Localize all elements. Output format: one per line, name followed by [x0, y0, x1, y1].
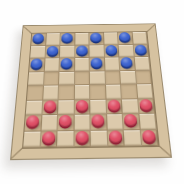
square-r6c3[interactable] — [58, 100, 74, 115]
red-piece[interactable] — [139, 99, 152, 111]
square-r7c8[interactable] — [139, 114, 157, 130]
square-r8c1[interactable] — [23, 131, 41, 148]
red-piece[interactable] — [142, 130, 156, 143]
square-r1c4[interactable] — [75, 33, 90, 45]
square-r7c7[interactable] — [123, 114, 140, 130]
square-r1c1[interactable] — [31, 33, 46, 46]
square-r1c3[interactable] — [60, 33, 75, 45]
square-r4c4[interactable] — [75, 71, 90, 85]
square-r4c2[interactable] — [44, 72, 60, 86]
blue-piece[interactable] — [119, 33, 131, 43]
square-r3c6[interactable] — [104, 57, 120, 71]
square-r2c2[interactable] — [45, 45, 60, 58]
red-piece[interactable] — [124, 114, 137, 126]
square-r5c6[interactable] — [105, 85, 121, 100]
square-r3c7[interactable] — [119, 57, 135, 71]
frame-miter-bottom-right — [159, 146, 171, 157]
square-r3c5[interactable] — [90, 58, 105, 72]
square-r2c8[interactable] — [133, 44, 149, 57]
red-piece[interactable] — [75, 131, 88, 144]
square-r4c8[interactable] — [135, 70, 152, 84]
red-piece[interactable] — [43, 100, 56, 112]
square-r3c3[interactable] — [59, 58, 74, 72]
square-r6c7[interactable] — [122, 99, 139, 114]
square-r8c5[interactable] — [91, 130, 108, 147]
square-r1c8[interactable] — [132, 32, 148, 44]
square-r8c2[interactable] — [40, 131, 57, 148]
blue-piece[interactable] — [31, 59, 43, 69]
square-r6c8[interactable] — [138, 99, 155, 114]
red-piece[interactable] — [26, 116, 39, 128]
square-r5c3[interactable] — [59, 85, 75, 100]
square-r2c3[interactable] — [60, 45, 75, 58]
square-r3c2[interactable] — [44, 58, 60, 72]
square-r8c8[interactable] — [140, 129, 158, 146]
square-r6c4[interactable] — [74, 99, 90, 114]
square-r4c5[interactable] — [90, 71, 106, 85]
square-r1c2[interactable] — [46, 33, 61, 45]
square-r2c1[interactable] — [30, 46, 46, 59]
board-frame — [10, 23, 172, 160]
blue-piece[interactable] — [91, 58, 103, 68]
red-piece[interactable] — [76, 100, 88, 112]
square-r7c4[interactable] — [74, 115, 91, 131]
square-r2c7[interactable] — [119, 44, 135, 57]
square-r5c4[interactable] — [74, 85, 90, 100]
red-piece[interactable] — [42, 131, 55, 144]
frame-miter-top-left — [23, 26, 32, 34]
square-r2c6[interactable] — [104, 45, 119, 58]
red-piece[interactable] — [109, 130, 122, 143]
square-r2c5[interactable] — [89, 45, 104, 58]
square-r4c7[interactable] — [120, 70, 136, 84]
red-piece[interactable] — [92, 115, 105, 127]
square-r1c6[interactable] — [104, 32, 119, 44]
photo-background — [0, 0, 184, 184]
frame-miter-bottom-left — [11, 148, 23, 159]
square-r4c1[interactable] — [28, 72, 44, 86]
square-r6c5[interactable] — [90, 99, 106, 114]
square-r5c7[interactable] — [121, 84, 138, 99]
blue-piece[interactable] — [121, 58, 133, 68]
square-r3c4[interactable] — [75, 58, 90, 72]
square-r7c2[interactable] — [41, 115, 58, 131]
blue-piece[interactable] — [61, 58, 73, 68]
red-piece[interactable] — [107, 99, 120, 111]
square-r1c7[interactable] — [118, 32, 133, 44]
square-r8c4[interactable] — [74, 130, 91, 147]
square-r4c6[interactable] — [105, 71, 121, 85]
checkers-board — [10, 23, 172, 160]
square-r4c3[interactable] — [59, 71, 75, 85]
square-r7c1[interactable] — [24, 115, 41, 131]
square-r5c8[interactable] — [136, 84, 153, 99]
blue-piece[interactable] — [62, 33, 73, 43]
square-r8c7[interactable] — [124, 130, 142, 147]
square-r5c2[interactable] — [43, 85, 59, 100]
blue-piece[interactable] — [76, 45, 87, 55]
red-piece[interactable] — [59, 115, 72, 127]
square-r2c4[interactable] — [75, 45, 90, 58]
square-r6c1[interactable] — [26, 100, 43, 115]
playing-grid — [22, 31, 160, 149]
square-r5c1[interactable] — [27, 86, 44, 101]
square-r8c3[interactable] — [57, 131, 74, 148]
square-r5c5[interactable] — [90, 85, 106, 100]
square-r3c8[interactable] — [134, 57, 150, 71]
blue-piece[interactable] — [46, 46, 58, 56]
square-r1c5[interactable] — [89, 33, 104, 45]
blue-piece[interactable] — [33, 34, 45, 44]
square-r7c6[interactable] — [107, 114, 124, 130]
square-r6c6[interactable] — [106, 99, 123, 114]
blue-piece[interactable] — [134, 45, 146, 55]
square-r3c1[interactable] — [29, 58, 45, 72]
blue-piece[interactable] — [105, 45, 117, 55]
square-r8c6[interactable] — [107, 130, 125, 147]
square-r7c3[interactable] — [58, 115, 75, 131]
square-r7c5[interactable] — [90, 114, 107, 130]
blue-piece[interactable] — [90, 33, 101, 43]
frame-miter-top-right — [147, 24, 155, 32]
square-r6c2[interactable] — [42, 100, 59, 115]
